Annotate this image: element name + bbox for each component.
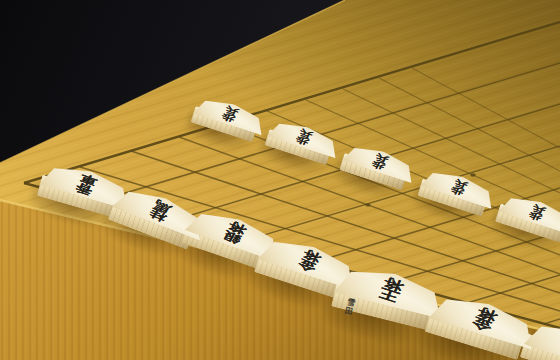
shogi-piece-king: 王 将 雪 田 <box>333 255 443 329</box>
shogi-piece-pawn: 歩 兵 <box>341 139 414 187</box>
piece-kanji: 歩 兵 <box>529 204 547 222</box>
shogi-piece-pawn: 歩 兵 <box>497 189 560 239</box>
piece-kanji: 金 将 <box>297 248 322 273</box>
shogi-piece-pawn: 歩 兵 <box>266 115 338 162</box>
piece-kanji: 歩 兵 <box>450 178 468 196</box>
shogi-piece-pawn: 歩 兵 <box>192 92 264 139</box>
piece-kanji: 桂 馬 <box>148 199 172 222</box>
shogi-photo-scene: 歩 兵 歩 兵 歩 兵 歩 兵 <box>0 0 560 360</box>
piece-kanji: 歩 兵 <box>371 153 389 171</box>
piece-kanji: 銀 将 <box>222 220 248 245</box>
pieces-layer: 歩 兵 歩 兵 歩 兵 歩 兵 <box>0 0 560 360</box>
piece-kanji: 歩 兵 <box>221 105 239 123</box>
piece-kanji: 金 将 <box>470 305 498 332</box>
piece-kanji: 王 将 <box>377 276 404 303</box>
shogi-piece-pawn: 歩 兵 <box>419 164 494 213</box>
piece-kanji: 歩 兵 <box>295 128 313 146</box>
piece-kanji: 香 車 <box>75 173 98 196</box>
shogi-piece-gold: 金 将 <box>427 286 535 356</box>
